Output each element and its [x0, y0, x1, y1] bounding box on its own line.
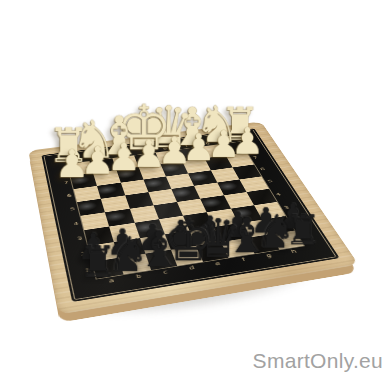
square-b2 — [114, 238, 145, 258]
square-a2 — [88, 242, 119, 262]
square-d1 — [171, 246, 203, 266]
rank-label-4: 4 — [68, 216, 84, 232]
square-c3 — [134, 219, 164, 237]
rank-label-1: 1 — [79, 262, 97, 281]
square-h1 — [270, 230, 304, 249]
square-f3 — [207, 209, 238, 227]
square-b3 — [109, 223, 139, 242]
square-f1 — [221, 238, 254, 258]
square-f2 — [214, 223, 246, 242]
file-label-g: g — [254, 250, 284, 262]
square-a1 — [92, 258, 123, 279]
square-a3 — [84, 227, 114, 246]
board-squares-grid — [67, 142, 303, 279]
file-label-e: e — [203, 258, 233, 270]
square-b1 — [119, 254, 151, 275]
chess-board-scene: abcdefgh abcdefgh 87654321 87654321 — [42, 67, 312, 337]
rank-label-2: 2 — [75, 246, 92, 264]
square-d4 — [153, 202, 183, 219]
square-c2 — [139, 234, 170, 253]
rank-label-5: 5 — [65, 202, 81, 218]
square-e3 — [183, 212, 214, 230]
square-d2 — [165, 230, 196, 249]
rank-label-3: 3 — [277, 200, 297, 215]
square-c4 — [129, 205, 158, 223]
board-plane: abcdefgh abcdefgh 87654321 87654321 — [28, 122, 359, 315]
square-a4 — [81, 212, 110, 230]
file-label-f: f — [229, 254, 259, 266]
rank-label-1: 1 — [294, 229, 315, 246]
product-photo-stage: abcdefgh abcdefgh 87654321 87654321 ♜♞♝♚… — [0, 0, 388, 388]
file-label-h: h — [279, 246, 309, 258]
rank-label-3: 3 — [72, 230, 88, 247]
square-h3 — [254, 202, 286, 219]
file-label-c: c — [151, 266, 181, 279]
rank-label-2: 2 — [285, 214, 306, 230]
file-label-a: a — [97, 274, 127, 287]
file-label-b: b — [124, 270, 154, 283]
square-e2 — [189, 227, 221, 246]
square-g1 — [246, 234, 279, 253]
square-g2 — [238, 219, 270, 238]
file-label-d: d — [177, 262, 207, 275]
square-c1 — [145, 250, 177, 271]
square-b4 — [105, 209, 134, 227]
square-e1 — [196, 242, 229, 262]
square-d3 — [159, 216, 190, 234]
square-g3 — [231, 205, 262, 223]
chess-board: abcdefgh abcdefgh 87654321 87654321 — [28, 122, 359, 315]
square-h2 — [262, 216, 294, 234]
watermark-text: SmartOnly.eu — [253, 349, 383, 373]
